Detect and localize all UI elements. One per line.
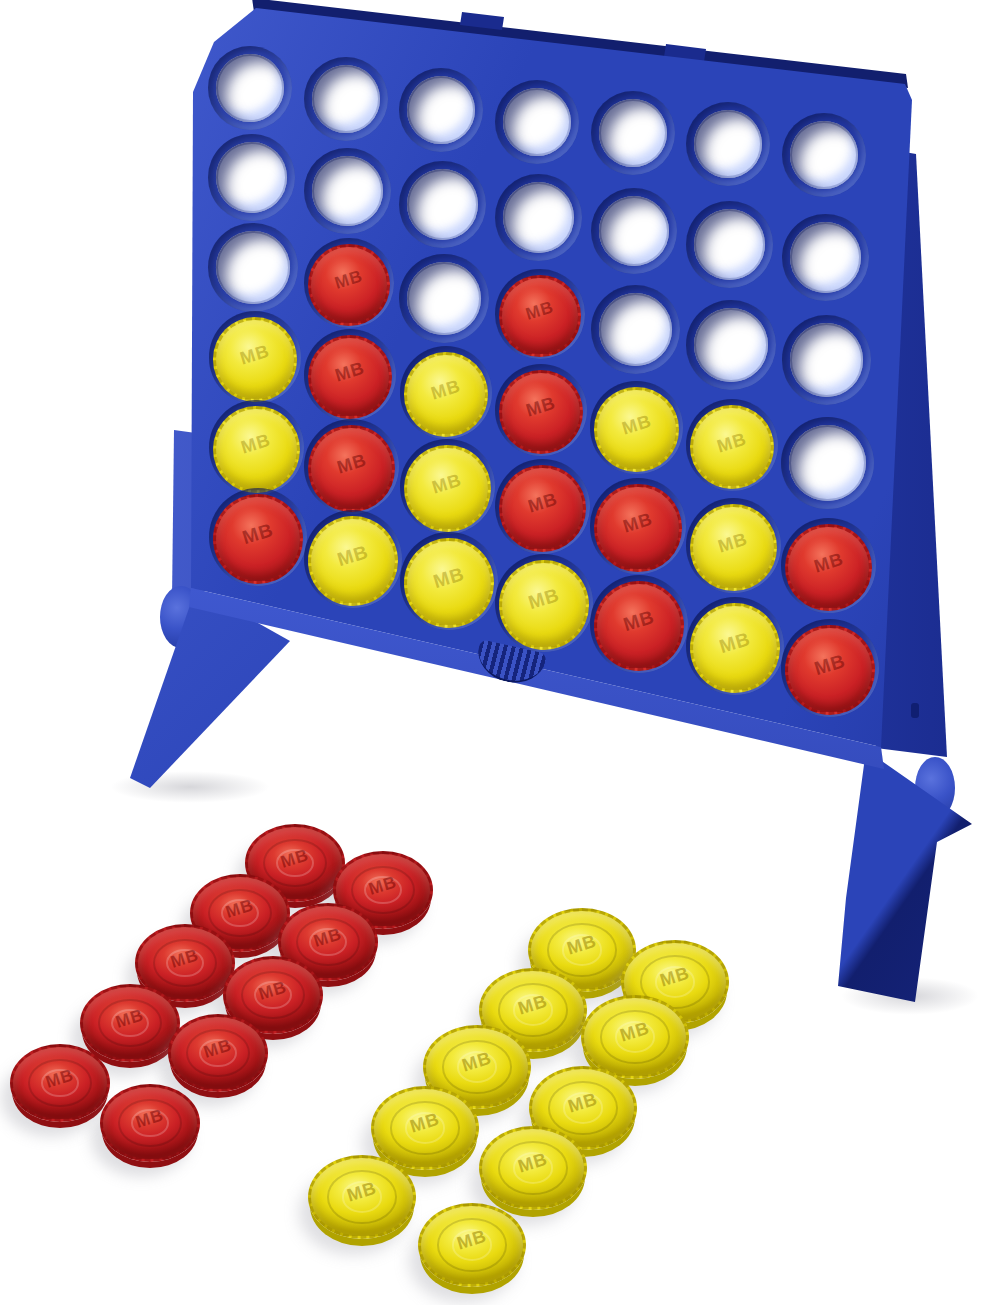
cell-c3-r1	[399, 68, 483, 152]
empty-hole	[790, 323, 864, 397]
cell-c3-r6: MB	[400, 532, 498, 630]
mb-logo: MB	[525, 489, 560, 518]
cell-c6-r3	[686, 300, 776, 390]
empty-hole	[216, 54, 284, 122]
mb-logo: MB	[332, 267, 365, 294]
red-disc[interactable]: MB	[100, 1084, 200, 1162]
empty-hole	[216, 231, 290, 305]
cell-c3-r2	[399, 161, 486, 248]
red-disc[interactable]: MB	[499, 465, 586, 552]
cell-c4-r3: MB	[495, 269, 585, 359]
cell-c7-r2	[782, 214, 869, 301]
red-disc[interactable]: MB	[308, 244, 390, 326]
connect-four-product-photo: MBMBMBMBMBMBMBMBMBMBMBMBMBMBMBMBMBMBMBMB…	[0, 0, 983, 1305]
empty-hole	[312, 65, 380, 133]
empty-hole	[407, 262, 481, 336]
cell-c3-r5: MB	[400, 439, 495, 534]
yellow-disc[interactable]: MB	[213, 406, 300, 493]
mb-logo: MB	[430, 562, 467, 592]
left-pivot-hinge	[160, 586, 202, 648]
yellow-disc[interactable]: MB	[594, 387, 678, 471]
empty-hole	[789, 425, 865, 501]
empty-hole	[694, 209, 765, 280]
yellow-disc[interactable]: MB	[690, 405, 774, 489]
red-disc[interactable]: MB	[785, 625, 875, 715]
cell-c4-r1	[495, 80, 579, 164]
yellow-disc[interactable]: MB	[479, 1126, 587, 1210]
mb-logo: MB	[335, 541, 372, 571]
cell-c4-r4: MB	[495, 364, 587, 456]
yellow-disc[interactable]: MB	[404, 445, 491, 532]
red-disc[interactable]: MB	[499, 370, 583, 454]
empty-hole	[503, 182, 574, 253]
cell-c5-r5: MB	[590, 478, 685, 573]
cell-c4-r6: MB	[495, 554, 593, 652]
cell-c2-r4: MB	[304, 329, 396, 421]
cell-c1-r2	[208, 134, 295, 221]
cell-c2-r6: MB	[304, 510, 402, 608]
cell-c1-r5: MB	[209, 400, 304, 495]
mb-logo: MB	[430, 469, 465, 498]
cell-c2-r2	[304, 148, 391, 235]
mb-logo: MB	[619, 411, 654, 440]
foot-shadow	[80, 765, 300, 809]
mb-logo: MB	[333, 358, 368, 387]
mb-logo: MB	[428, 375, 463, 404]
mb-logo: MB	[621, 509, 656, 538]
empty-hole	[790, 222, 861, 293]
yellow-disc[interactable]: MB	[308, 1155, 416, 1239]
cell-c6-r5: MB	[686, 498, 781, 593]
cell-c6-r4: MB	[686, 399, 778, 491]
yellow-disc[interactable]: MB	[690, 504, 777, 591]
red-disc[interactable]: MB	[10, 1044, 110, 1122]
cell-c1-r3	[208, 223, 298, 313]
cell-c2-r1	[304, 57, 388, 141]
yellow-disc[interactable]: MB	[308, 516, 398, 606]
cell-c1-r6: MB	[209, 488, 307, 586]
mb-logo: MB	[526, 584, 563, 614]
cell-c7-r4	[781, 417, 873, 509]
yellow-disc[interactable]: MB	[690, 603, 780, 693]
yellow-disc[interactable]: MB	[371, 1086, 479, 1170]
cell-c5-r4: MB	[590, 381, 682, 473]
cell-c2-r3: MB	[304, 238, 394, 328]
cell-c7-r1	[782, 113, 866, 197]
red-disc[interactable]: MB	[80, 984, 180, 1062]
cell-c5-r2	[591, 188, 678, 275]
cell-c6-r1	[686, 102, 770, 186]
red-disc[interactable]: MB	[168, 1014, 268, 1092]
right-pivot-hinge	[915, 757, 955, 819]
empty-hole	[599, 99, 667, 167]
yellow-disc[interactable]: MB	[213, 317, 297, 401]
cell-c6-r2	[686, 201, 773, 288]
cell-c5-r6: MB	[590, 575, 688, 673]
mb-logo: MB	[240, 519, 277, 549]
mb-logo: MB	[524, 393, 559, 422]
mb-logo: MB	[812, 650, 849, 680]
mb-logo: MB	[239, 430, 274, 459]
red-disc[interactable]: MB	[213, 494, 303, 584]
empty-hole	[407, 169, 478, 240]
red-disc[interactable]: MB	[594, 484, 681, 571]
cell-c4-r2	[495, 174, 582, 261]
cell-c1-r4: MB	[209, 311, 301, 403]
mb-logo: MB	[621, 606, 658, 636]
cell-c6-r6: MB	[686, 597, 784, 695]
red-disc[interactable]: MB	[499, 275, 581, 357]
cell-c7-r6: MB	[781, 619, 879, 717]
rail-slot	[911, 703, 919, 718]
yellow-disc[interactable]: MB	[499, 560, 589, 650]
yellow-disc[interactable]: MB	[404, 352, 488, 436]
mb-logo: MB	[334, 450, 369, 479]
mb-logo: MB	[716, 528, 751, 557]
empty-hole	[312, 156, 383, 227]
yellow-disc[interactable]: MB	[581, 995, 689, 1079]
empty-hole	[216, 142, 287, 213]
cell-c7-r5: MB	[781, 518, 876, 613]
mb-logo: MB	[237, 340, 272, 369]
mb-logo: MB	[811, 548, 846, 577]
red-disc[interactable]: MB	[785, 524, 872, 611]
mb-logo: MB	[715, 428, 750, 457]
red-disc[interactable]: MB	[308, 335, 392, 419]
cell-c3-r4: MB	[400, 346, 492, 438]
empty-hole	[599, 293, 673, 367]
cell-c2-r5: MB	[304, 419, 399, 514]
empty-hole	[503, 88, 571, 156]
empty-hole	[694, 110, 762, 178]
cell-c5-r3	[591, 285, 681, 375]
cell-c1-r1	[208, 46, 292, 130]
yellow-disc[interactable]: MB	[418, 1203, 526, 1287]
cell-c5-r1	[591, 91, 675, 175]
empty-hole	[694, 308, 768, 382]
cell-c7-r3	[782, 315, 872, 405]
mb-logo: MB	[523, 298, 556, 325]
empty-hole	[790, 121, 858, 189]
mb-logo: MB	[716, 628, 753, 658]
yellow-disc[interactable]: MB	[404, 538, 494, 628]
cell-c3-r3	[399, 254, 489, 344]
foot-shadow	[815, 970, 983, 1022]
cell-c4-r5: MB	[495, 459, 590, 554]
